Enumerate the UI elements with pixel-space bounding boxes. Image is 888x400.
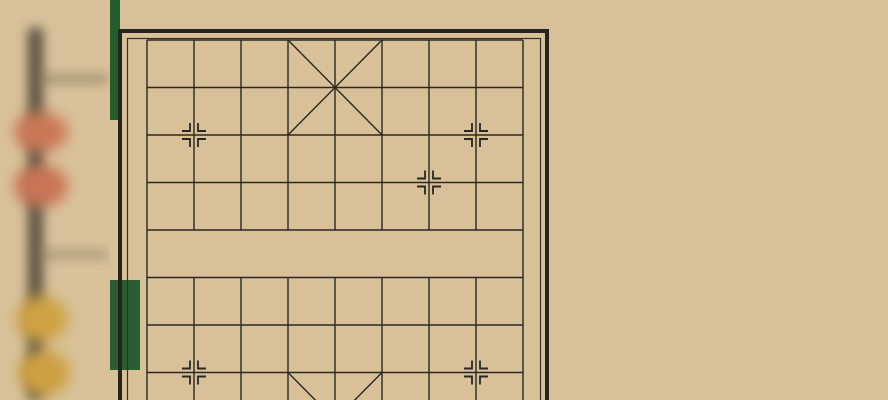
blurred-red-piece bbox=[14, 112, 68, 152]
blurred-grid-line bbox=[40, 252, 108, 257]
left-blur-strip bbox=[0, 0, 110, 400]
board-grid bbox=[110, 0, 557, 400]
blurred-gold-piece bbox=[16, 296, 68, 342]
screenshot-root: 楚河 漢界 相仕帥仕相車車砲馬砲馬兵兵兵兵兵車卒卒卒卒卒炮馬炮馬 理来象棋文化 … bbox=[0, 0, 888, 400]
blurred-grid-line bbox=[40, 76, 108, 82]
blurred-border-band bbox=[28, 28, 43, 400]
blurred-red-piece bbox=[14, 165, 68, 207]
xiangqi-board[interactable]: 楚河 漢界 相仕帥仕相車車砲馬砲馬兵兵兵兵兵車卒卒卒卒卒炮馬炮馬 bbox=[110, 0, 557, 400]
blurred-gold-piece bbox=[18, 350, 70, 396]
